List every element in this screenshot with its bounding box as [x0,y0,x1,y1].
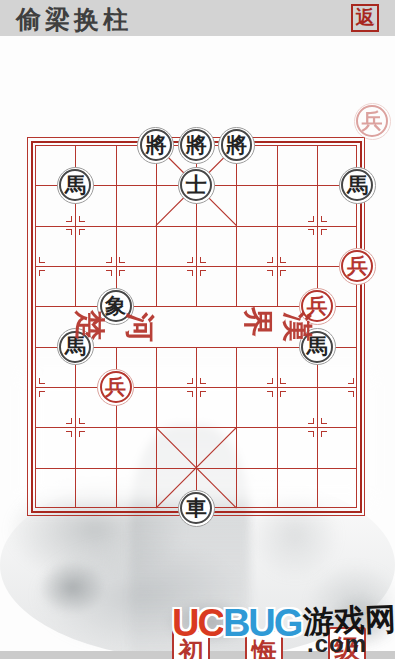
game-button-初[interactable]: 初 [172,630,210,659]
piece-車[interactable]: 車 [178,490,215,527]
piece-馬[interactable]: 馬 [57,328,94,365]
level-title: 偷梁换柱 [16,3,132,36]
board-cell [156,427,196,467]
piece-象[interactable]: 象 [97,288,134,325]
board-cell [116,185,156,225]
board-cell [277,226,317,266]
board-cell [196,266,236,306]
piece-士[interactable]: 士 [178,167,215,204]
board-cell [116,427,156,467]
board-cell [236,347,276,387]
board-cell [236,185,276,225]
board-cell [277,468,317,508]
board-cell [75,468,115,508]
board-cell [277,145,317,185]
piece-兵[interactable]: 兵 [339,248,376,285]
board-cell [277,427,317,467]
piece-兵[interactable]: 兵 [97,369,134,406]
piece-將[interactable]: 將 [178,127,215,164]
board-cell [156,226,196,266]
piece-馬[interactable]: 馬 [57,167,94,204]
board-cell [236,266,276,306]
board-cell [35,468,75,508]
board-cell [196,427,236,467]
piece-將[interactable]: 將 [137,127,174,164]
piece-馬[interactable]: 馬 [299,328,336,365]
board-cell [277,185,317,225]
board-cell [156,347,196,387]
board-cell [317,427,357,467]
board-cell [116,468,156,508]
piece-將[interactable]: 將 [218,127,255,164]
board-cell [196,347,236,387]
board-cell [35,266,75,306]
board-cell [35,226,75,266]
board-cell [116,226,156,266]
board-cell [196,226,236,266]
board-cell [236,427,276,467]
board-cell [156,266,196,306]
board-cell [236,306,276,346]
piece-兵[interactable]: 兵 [299,288,336,325]
board-cell [317,387,357,427]
board-cell [75,427,115,467]
board-cell [75,226,115,266]
board-cell [236,468,276,508]
board-cell [196,387,236,427]
game-button-级[interactable]: 级 [328,627,366,659]
title-bar: 偷梁换柱 返 [0,0,395,36]
board-cell [156,387,196,427]
board-cell [277,387,317,427]
board-cell [156,306,196,346]
board-cell [317,468,357,508]
piece-馬[interactable]: 馬 [339,167,376,204]
back-button[interactable]: 返 [351,4,379,32]
board-cell [35,427,75,467]
board-cell [236,226,276,266]
board-cell [35,387,75,427]
board-cell [236,387,276,427]
game-button-悔[interactable]: 悔 [245,630,283,659]
piece-兵-ghost[interactable]: 兵 [354,103,391,140]
board-cell [196,306,236,346]
